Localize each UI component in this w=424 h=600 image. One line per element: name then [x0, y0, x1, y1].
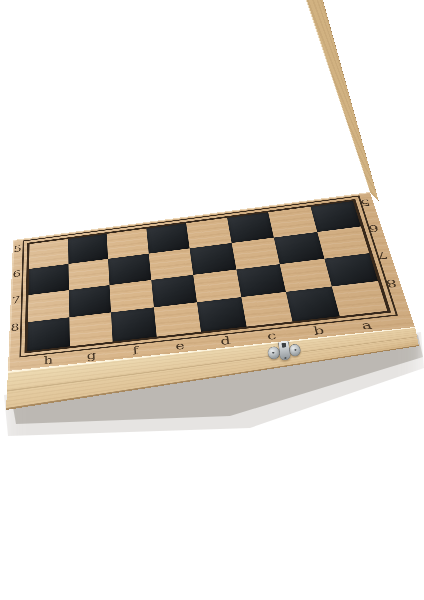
file-label-h: h	[44, 355, 53, 366]
rank-label-left-6: 6	[12, 269, 21, 279]
rank-label-left-8: 8	[10, 322, 19, 333]
file-label-e: e	[175, 340, 185, 352]
rank-label-left-5: 5	[13, 244, 21, 253]
product-photo-chess-box: hgfedcba56785678	[0, 0, 424, 600]
square-c8	[241, 292, 292, 327]
square-f8	[111, 307, 156, 341]
rank-label-left-7: 7	[11, 295, 20, 305]
rank-label-right-7: 7	[376, 250, 389, 261]
rank-label-right-6: 6	[367, 223, 380, 233]
file-label-f: f	[132, 345, 138, 356]
square-g8	[69, 313, 113, 347]
rank-label-right-8: 8	[385, 278, 398, 289]
square-d8	[197, 297, 246, 331]
file-label-a: a	[360, 319, 373, 331]
square-b8	[286, 287, 340, 322]
rank-label-right-5: 5	[359, 198, 371, 208]
file-label-b: b	[312, 325, 325, 337]
file-label-d: d	[220, 335, 232, 347]
square-e8	[154, 302, 201, 336]
square-h8	[27, 317, 69, 351]
chess-board	[27, 201, 387, 351]
square-a8	[332, 281, 388, 316]
file-label-c: c	[266, 330, 277, 342]
file-label-g: g	[87, 350, 97, 361]
clasp-slot	[281, 343, 286, 348]
